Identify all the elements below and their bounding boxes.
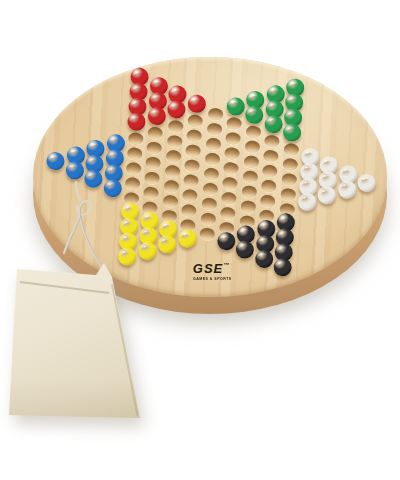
bag-fabric (0, 258, 165, 430)
bag-bottom-shading (0, 378, 165, 430)
cloth-bag (0, 258, 165, 430)
product-scene: GSE™ GAMES & SPORTS (0, 0, 400, 480)
bag-hem-stitch (20, 281, 110, 294)
